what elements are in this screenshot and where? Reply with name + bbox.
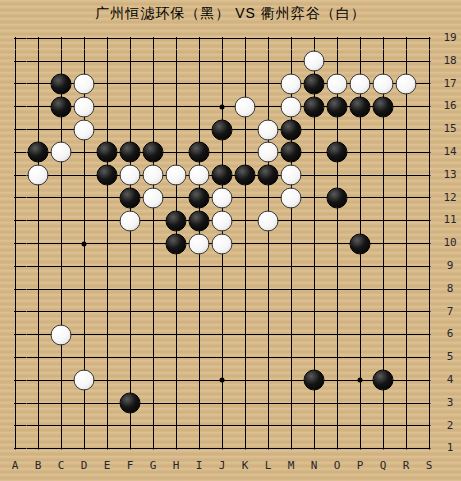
intersection-B16[interactable]: [27, 95, 50, 118]
intersection-E10[interactable]: [96, 232, 119, 255]
intersection-S8[interactable]: [418, 278, 441, 301]
intersection-Q15[interactable]: [372, 118, 395, 141]
intersection-M4[interactable]: [280, 369, 303, 392]
intersection-H9[interactable]: [165, 255, 188, 278]
intersection-L18[interactable]: [257, 50, 280, 73]
intersection-M16[interactable]: [280, 95, 303, 118]
intersection-B4[interactable]: [27, 369, 50, 392]
intersection-N14[interactable]: [303, 141, 326, 164]
intersection-E15[interactable]: [96, 118, 119, 141]
intersection-D19[interactable]: [73, 27, 96, 50]
intersection-L10[interactable]: [257, 232, 280, 255]
intersection-G18[interactable]: [142, 50, 165, 73]
intersection-Q12[interactable]: [372, 187, 395, 210]
intersection-K1[interactable]: [234, 437, 257, 460]
intersection-P6[interactable]: [349, 323, 372, 346]
intersection-E7[interactable]: [96, 301, 119, 324]
intersection-E14[interactable]: [96, 141, 119, 164]
intersection-G5[interactable]: [142, 346, 165, 369]
intersection-K4[interactable]: [234, 369, 257, 392]
intersection-P19[interactable]: [349, 27, 372, 50]
intersection-H18[interactable]: [165, 50, 188, 73]
intersection-I7[interactable]: [188, 301, 211, 324]
intersection-Q5[interactable]: [372, 346, 395, 369]
intersection-B19[interactable]: [27, 27, 50, 50]
intersection-D3[interactable]: [73, 392, 96, 415]
intersection-B9[interactable]: [27, 255, 50, 278]
intersection-G15[interactable]: [142, 118, 165, 141]
intersection-Q8[interactable]: [372, 278, 395, 301]
intersection-P14[interactable]: [349, 141, 372, 164]
intersection-R4[interactable]: [395, 369, 418, 392]
intersection-R12[interactable]: [395, 187, 418, 210]
intersection-N5[interactable]: [303, 346, 326, 369]
intersection-N2[interactable]: [303, 415, 326, 438]
intersection-M8[interactable]: [280, 278, 303, 301]
intersection-F10[interactable]: [119, 232, 142, 255]
intersection-G6[interactable]: [142, 323, 165, 346]
intersection-G17[interactable]: [142, 73, 165, 96]
intersection-G2[interactable]: [142, 415, 165, 438]
intersection-H14[interactable]: [165, 141, 188, 164]
intersection-O5[interactable]: [326, 346, 349, 369]
intersection-P13[interactable]: [349, 164, 372, 187]
intersection-S4[interactable]: [418, 369, 441, 392]
intersection-P17[interactable]: [349, 73, 372, 96]
intersection-J6[interactable]: [211, 323, 234, 346]
intersection-O18[interactable]: [326, 50, 349, 73]
intersection-K15[interactable]: [234, 118, 257, 141]
intersection-D15[interactable]: [73, 118, 96, 141]
intersection-R8[interactable]: [395, 278, 418, 301]
intersection-R14[interactable]: [395, 141, 418, 164]
intersection-J18[interactable]: [211, 50, 234, 73]
intersection-H16[interactable]: [165, 95, 188, 118]
intersection-I9[interactable]: [188, 255, 211, 278]
intersection-P4[interactable]: [349, 369, 372, 392]
intersection-S5[interactable]: [418, 346, 441, 369]
intersection-N1[interactable]: [303, 437, 326, 460]
intersection-I6[interactable]: [188, 323, 211, 346]
intersection-R16[interactable]: [395, 95, 418, 118]
intersection-P16[interactable]: [349, 95, 372, 118]
intersection-Q7[interactable]: [372, 301, 395, 324]
intersection-N13[interactable]: [303, 164, 326, 187]
intersection-I15[interactable]: [188, 118, 211, 141]
intersection-R19[interactable]: [395, 27, 418, 50]
intersection-O3[interactable]: [326, 392, 349, 415]
intersection-B12[interactable]: [27, 187, 50, 210]
intersection-A10[interactable]: [4, 232, 27, 255]
intersection-C4[interactable]: [50, 369, 73, 392]
intersection-C16[interactable]: [50, 95, 73, 118]
intersection-C18[interactable]: [50, 50, 73, 73]
intersection-M3[interactable]: [280, 392, 303, 415]
intersection-S13[interactable]: [418, 164, 441, 187]
intersection-I19[interactable]: [188, 27, 211, 50]
intersection-J5[interactable]: [211, 346, 234, 369]
intersection-J17[interactable]: [211, 73, 234, 96]
intersection-P9[interactable]: [349, 255, 372, 278]
intersection-S1[interactable]: [418, 437, 441, 460]
intersection-O9[interactable]: [326, 255, 349, 278]
intersection-P2[interactable]: [349, 415, 372, 438]
intersection-G3[interactable]: [142, 392, 165, 415]
intersection-C9[interactable]: [50, 255, 73, 278]
intersection-Q6[interactable]: [372, 323, 395, 346]
intersection-P18[interactable]: [349, 50, 372, 73]
intersection-R7[interactable]: [395, 301, 418, 324]
intersection-P15[interactable]: [349, 118, 372, 141]
intersection-B14[interactable]: [27, 141, 50, 164]
intersection-D16[interactable]: [73, 95, 96, 118]
intersection-H4[interactable]: [165, 369, 188, 392]
intersection-B17[interactable]: [27, 73, 50, 96]
intersection-E17[interactable]: [96, 73, 119, 96]
intersection-E9[interactable]: [96, 255, 119, 278]
intersection-I8[interactable]: [188, 278, 211, 301]
intersection-R3[interactable]: [395, 392, 418, 415]
intersection-M9[interactable]: [280, 255, 303, 278]
intersection-E18[interactable]: [96, 50, 119, 73]
intersection-A13[interactable]: [4, 164, 27, 187]
intersection-N19[interactable]: [303, 27, 326, 50]
intersection-M18[interactable]: [280, 50, 303, 73]
intersection-K17[interactable]: [234, 73, 257, 96]
intersection-N16[interactable]: [303, 95, 326, 118]
intersection-H3[interactable]: [165, 392, 188, 415]
intersection-B8[interactable]: [27, 278, 50, 301]
intersection-S10[interactable]: [418, 232, 441, 255]
intersection-Q11[interactable]: [372, 209, 395, 232]
intersection-H2[interactable]: [165, 415, 188, 438]
intersection-L8[interactable]: [257, 278, 280, 301]
intersection-G14[interactable]: [142, 141, 165, 164]
intersection-F4[interactable]: [119, 369, 142, 392]
intersection-J2[interactable]: [211, 415, 234, 438]
intersection-J7[interactable]: [211, 301, 234, 324]
intersection-D5[interactable]: [73, 346, 96, 369]
intersection-I12[interactable]: [188, 187, 211, 210]
intersection-O14[interactable]: [326, 141, 349, 164]
intersection-N6[interactable]: [303, 323, 326, 346]
intersection-F2[interactable]: [119, 415, 142, 438]
intersection-S15[interactable]: [418, 118, 441, 141]
intersection-P5[interactable]: [349, 346, 372, 369]
intersection-P8[interactable]: [349, 278, 372, 301]
intersection-N17[interactable]: [303, 73, 326, 96]
intersection-M14[interactable]: [280, 141, 303, 164]
intersection-A12[interactable]: [4, 187, 27, 210]
intersection-L16[interactable]: [257, 95, 280, 118]
intersection-F3[interactable]: [119, 392, 142, 415]
intersection-N8[interactable]: [303, 278, 326, 301]
intersection-Q14[interactable]: [372, 141, 395, 164]
intersection-F11[interactable]: [119, 209, 142, 232]
intersection-C1[interactable]: [50, 437, 73, 460]
intersection-R5[interactable]: [395, 346, 418, 369]
intersection-K13[interactable]: [234, 164, 257, 187]
intersection-O16[interactable]: [326, 95, 349, 118]
intersection-R6[interactable]: [395, 323, 418, 346]
intersection-K9[interactable]: [234, 255, 257, 278]
intersection-D12[interactable]: [73, 187, 96, 210]
intersection-F17[interactable]: [119, 73, 142, 96]
intersection-J16[interactable]: [211, 95, 234, 118]
intersection-C7[interactable]: [50, 301, 73, 324]
intersection-Q1[interactable]: [372, 437, 395, 460]
intersection-O12[interactable]: [326, 187, 349, 210]
intersection-K8[interactable]: [234, 278, 257, 301]
intersection-C12[interactable]: [50, 187, 73, 210]
intersection-J4[interactable]: [211, 369, 234, 392]
intersection-K6[interactable]: [234, 323, 257, 346]
intersection-I11[interactable]: [188, 209, 211, 232]
intersection-H12[interactable]: [165, 187, 188, 210]
intersection-Q13[interactable]: [372, 164, 395, 187]
intersection-B18[interactable]: [27, 50, 50, 73]
intersection-H10[interactable]: [165, 232, 188, 255]
intersection-R9[interactable]: [395, 255, 418, 278]
intersection-H11[interactable]: [165, 209, 188, 232]
intersection-B11[interactable]: [27, 209, 50, 232]
intersection-A3[interactable]: [4, 392, 27, 415]
intersection-R10[interactable]: [395, 232, 418, 255]
intersection-G19[interactable]: [142, 27, 165, 50]
intersection-E16[interactable]: [96, 95, 119, 118]
intersection-K10[interactable]: [234, 232, 257, 255]
intersection-A14[interactable]: [4, 141, 27, 164]
intersection-L12[interactable]: [257, 187, 280, 210]
intersection-S14[interactable]: [418, 141, 441, 164]
intersection-S9[interactable]: [418, 255, 441, 278]
intersection-G9[interactable]: [142, 255, 165, 278]
intersection-A1[interactable]: [4, 437, 27, 460]
intersection-L3[interactable]: [257, 392, 280, 415]
intersection-L19[interactable]: [257, 27, 280, 50]
intersection-D4[interactable]: [73, 369, 96, 392]
intersection-D11[interactable]: [73, 209, 96, 232]
intersection-H1[interactable]: [165, 437, 188, 460]
intersection-H15[interactable]: [165, 118, 188, 141]
intersection-E3[interactable]: [96, 392, 119, 415]
intersection-A16[interactable]: [4, 95, 27, 118]
intersection-B13[interactable]: [27, 164, 50, 187]
intersection-F12[interactable]: [119, 187, 142, 210]
intersection-O2[interactable]: [326, 415, 349, 438]
intersection-Q3[interactable]: [372, 392, 395, 415]
intersection-M2[interactable]: [280, 415, 303, 438]
intersection-K18[interactable]: [234, 50, 257, 73]
intersection-K12[interactable]: [234, 187, 257, 210]
intersection-K5[interactable]: [234, 346, 257, 369]
intersection-A6[interactable]: [4, 323, 27, 346]
intersection-O1[interactable]: [326, 437, 349, 460]
intersection-E6[interactable]: [96, 323, 119, 346]
intersection-N18[interactable]: [303, 50, 326, 73]
intersection-Q18[interactable]: [372, 50, 395, 73]
intersection-C15[interactable]: [50, 118, 73, 141]
intersection-N11[interactable]: [303, 209, 326, 232]
intersection-F14[interactable]: [119, 141, 142, 164]
intersection-F9[interactable]: [119, 255, 142, 278]
intersection-O13[interactable]: [326, 164, 349, 187]
intersection-E12[interactable]: [96, 187, 119, 210]
intersection-M19[interactable]: [280, 27, 303, 50]
intersection-M11[interactable]: [280, 209, 303, 232]
intersection-A11[interactable]: [4, 209, 27, 232]
intersection-A15[interactable]: [4, 118, 27, 141]
intersection-J1[interactable]: [211, 437, 234, 460]
intersection-L13[interactable]: [257, 164, 280, 187]
intersection-K7[interactable]: [234, 301, 257, 324]
intersection-D13[interactable]: [73, 164, 96, 187]
intersection-R2[interactable]: [395, 415, 418, 438]
intersection-B7[interactable]: [27, 301, 50, 324]
intersection-K3[interactable]: [234, 392, 257, 415]
intersection-D9[interactable]: [73, 255, 96, 278]
intersection-H17[interactable]: [165, 73, 188, 96]
intersection-J12[interactable]: [211, 187, 234, 210]
intersection-Q10[interactable]: [372, 232, 395, 255]
intersection-C3[interactable]: [50, 392, 73, 415]
intersection-G4[interactable]: [142, 369, 165, 392]
intersection-Q4[interactable]: [372, 369, 395, 392]
intersection-O4[interactable]: [326, 369, 349, 392]
intersection-O8[interactable]: [326, 278, 349, 301]
intersection-L7[interactable]: [257, 301, 280, 324]
intersection-R13[interactable]: [395, 164, 418, 187]
intersection-D14[interactable]: [73, 141, 96, 164]
intersection-J8[interactable]: [211, 278, 234, 301]
intersection-P7[interactable]: [349, 301, 372, 324]
intersection-D17[interactable]: [73, 73, 96, 96]
intersection-G8[interactable]: [142, 278, 165, 301]
intersection-O19[interactable]: [326, 27, 349, 50]
intersection-E19[interactable]: [96, 27, 119, 50]
intersection-O7[interactable]: [326, 301, 349, 324]
intersection-F5[interactable]: [119, 346, 142, 369]
intersection-N4[interactable]: [303, 369, 326, 392]
intersection-G10[interactable]: [142, 232, 165, 255]
intersection-K19[interactable]: [234, 27, 257, 50]
intersection-P11[interactable]: [349, 209, 372, 232]
intersection-Q16[interactable]: [372, 95, 395, 118]
intersection-S3[interactable]: [418, 392, 441, 415]
intersection-B10[interactable]: [27, 232, 50, 255]
intersection-N7[interactable]: [303, 301, 326, 324]
intersection-J3[interactable]: [211, 392, 234, 415]
intersection-I14[interactable]: [188, 141, 211, 164]
intersection-C13[interactable]: [50, 164, 73, 187]
intersection-F15[interactable]: [119, 118, 142, 141]
intersection-F8[interactable]: [119, 278, 142, 301]
intersection-N15[interactable]: [303, 118, 326, 141]
intersection-D2[interactable]: [73, 415, 96, 438]
intersection-E2[interactable]: [96, 415, 119, 438]
intersection-J11[interactable]: [211, 209, 234, 232]
intersection-A19[interactable]: [4, 27, 27, 50]
intersection-G13[interactable]: [142, 164, 165, 187]
intersection-M12[interactable]: [280, 187, 303, 210]
intersection-C19[interactable]: [50, 27, 73, 50]
intersection-K2[interactable]: [234, 415, 257, 438]
intersection-L11[interactable]: [257, 209, 280, 232]
intersection-I16[interactable]: [188, 95, 211, 118]
intersection-K11[interactable]: [234, 209, 257, 232]
intersection-Q17[interactable]: [372, 73, 395, 96]
intersection-C2[interactable]: [50, 415, 73, 438]
intersection-L4[interactable]: [257, 369, 280, 392]
intersection-L9[interactable]: [257, 255, 280, 278]
intersection-I13[interactable]: [188, 164, 211, 187]
intersection-P10[interactable]: [349, 232, 372, 255]
intersection-H13[interactable]: [165, 164, 188, 187]
intersection-A5[interactable]: [4, 346, 27, 369]
intersection-S16[interactable]: [418, 95, 441, 118]
intersection-S11[interactable]: [418, 209, 441, 232]
intersection-C11[interactable]: [50, 209, 73, 232]
intersection-F16[interactable]: [119, 95, 142, 118]
intersection-A2[interactable]: [4, 415, 27, 438]
intersection-L5[interactable]: [257, 346, 280, 369]
intersection-B5[interactable]: [27, 346, 50, 369]
intersection-L6[interactable]: [257, 323, 280, 346]
intersection-J13[interactable]: [211, 164, 234, 187]
intersection-A18[interactable]: [4, 50, 27, 73]
intersection-O6[interactable]: [326, 323, 349, 346]
intersection-G11[interactable]: [142, 209, 165, 232]
intersection-C6[interactable]: [50, 323, 73, 346]
intersection-H19[interactable]: [165, 27, 188, 50]
intersection-M5[interactable]: [280, 346, 303, 369]
intersection-B2[interactable]: [27, 415, 50, 438]
intersection-E1[interactable]: [96, 437, 119, 460]
intersection-R15[interactable]: [395, 118, 418, 141]
intersection-A7[interactable]: [4, 301, 27, 324]
intersection-B3[interactable]: [27, 392, 50, 415]
intersection-H5[interactable]: [165, 346, 188, 369]
intersection-B15[interactable]: [27, 118, 50, 141]
intersection-S18[interactable]: [418, 50, 441, 73]
intersection-L17[interactable]: [257, 73, 280, 96]
intersection-H8[interactable]: [165, 278, 188, 301]
intersection-I17[interactable]: [188, 73, 211, 96]
intersection-R1[interactable]: [395, 437, 418, 460]
intersection-E11[interactable]: [96, 209, 119, 232]
intersection-R17[interactable]: [395, 73, 418, 96]
intersection-S19[interactable]: [418, 27, 441, 50]
intersection-C17[interactable]: [50, 73, 73, 96]
intersection-D6[interactable]: [73, 323, 96, 346]
intersection-F1[interactable]: [119, 437, 142, 460]
intersection-F18[interactable]: [119, 50, 142, 73]
intersection-A4[interactable]: [4, 369, 27, 392]
intersection-S6[interactable]: [418, 323, 441, 346]
intersection-E8[interactable]: [96, 278, 119, 301]
intersection-L14[interactable]: [257, 141, 280, 164]
intersection-N9[interactable]: [303, 255, 326, 278]
intersection-G16[interactable]: [142, 95, 165, 118]
intersection-O11[interactable]: [326, 209, 349, 232]
intersection-I10[interactable]: [188, 232, 211, 255]
intersection-E13[interactable]: [96, 164, 119, 187]
intersection-Q2[interactable]: [372, 415, 395, 438]
intersection-C8[interactable]: [50, 278, 73, 301]
intersection-M13[interactable]: [280, 164, 303, 187]
intersection-D1[interactable]: [73, 437, 96, 460]
intersection-F19[interactable]: [119, 27, 142, 50]
